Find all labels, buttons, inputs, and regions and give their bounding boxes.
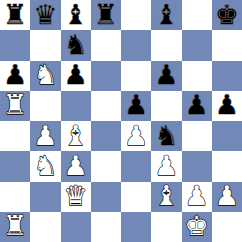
piece-black-knight[interactable]: ♞ xyxy=(154,122,178,149)
square-b8[interactable]: ♛ xyxy=(30,0,60,30)
piece-white-queen[interactable]: ♛ xyxy=(64,182,88,209)
square-g4[interactable] xyxy=(182,121,212,151)
square-b4[interactable]: ♟ xyxy=(30,121,60,151)
square-h3[interactable] xyxy=(212,151,242,181)
piece-white-pawn[interactable]: ♟ xyxy=(33,122,57,149)
piece-black-king[interactable]: ♚ xyxy=(215,1,239,28)
piece-black-knight[interactable]: ♞ xyxy=(64,31,88,58)
square-f3[interactable]: ♟ xyxy=(151,151,181,181)
square-a5[interactable]: ♜ xyxy=(0,91,30,121)
square-f6[interactable]: ♟ xyxy=(151,61,181,91)
square-g2[interactable]: ♟ xyxy=(182,182,212,212)
square-d7[interactable] xyxy=(91,30,121,60)
square-a7[interactable] xyxy=(0,30,30,60)
square-e5[interactable]: ♟ xyxy=(121,91,151,121)
square-e7[interactable] xyxy=(121,30,151,60)
square-g3[interactable] xyxy=(182,151,212,181)
square-a1[interactable]: ♜ xyxy=(0,212,30,242)
square-b7[interactable] xyxy=(30,30,60,60)
square-d4[interactable] xyxy=(91,121,121,151)
square-h6[interactable] xyxy=(212,61,242,91)
square-c5[interactable] xyxy=(61,91,91,121)
piece-white-pawn[interactable]: ♟ xyxy=(154,152,178,179)
square-b2[interactable] xyxy=(30,182,60,212)
square-e6[interactable] xyxy=(121,61,151,91)
square-h8[interactable]: ♚ xyxy=(212,0,242,30)
piece-black-pawn[interactable]: ♟ xyxy=(215,91,239,118)
square-e8[interactable] xyxy=(121,0,151,30)
square-b6[interactable]: ♞ xyxy=(30,61,60,91)
square-g7[interactable] xyxy=(182,30,212,60)
square-b3[interactable]: ♞ xyxy=(30,151,60,181)
square-a3[interactable] xyxy=(0,151,30,181)
piece-white-pawn[interactable]: ♟ xyxy=(64,152,88,179)
square-e2[interactable] xyxy=(121,182,151,212)
square-f5[interactable] xyxy=(151,91,181,121)
piece-black-rook[interactable]: ♜ xyxy=(3,1,27,28)
piece-white-pawn[interactable]: ♟ xyxy=(185,182,209,209)
piece-white-bishop[interactable]: ♝ xyxy=(154,182,178,209)
square-d1[interactable] xyxy=(91,212,121,242)
square-e1[interactable] xyxy=(121,212,151,242)
square-d8[interactable]: ♜ xyxy=(91,0,121,30)
square-c2[interactable]: ♛ xyxy=(61,182,91,212)
square-f4[interactable]: ♞ xyxy=(151,121,181,151)
piece-white-pawn[interactable]: ♟ xyxy=(215,182,239,209)
piece-black-pawn[interactable]: ♟ xyxy=(154,61,178,88)
square-g1[interactable]: ♚ xyxy=(182,212,212,242)
square-d5[interactable] xyxy=(91,91,121,121)
piece-black-bishop[interactable]: ♝ xyxy=(64,1,88,28)
square-a4[interactable] xyxy=(0,121,30,151)
square-c6[interactable]: ♟ xyxy=(61,61,91,91)
square-h7[interactable] xyxy=(212,30,242,60)
chess-board: ♜♛♝♜♝♚♞♟♞♟♟♜♟♟♟♟♝♟♞♞♟♟♛♝♟♟♜♚ xyxy=(0,0,242,242)
square-g6[interactable] xyxy=(182,61,212,91)
square-b1[interactable] xyxy=(30,212,60,242)
piece-white-king[interactable]: ♚ xyxy=(185,212,209,239)
square-h5[interactable]: ♟ xyxy=(212,91,242,121)
square-f7[interactable] xyxy=(151,30,181,60)
square-c1[interactable] xyxy=(61,212,91,242)
piece-white-knight[interactable]: ♞ xyxy=(33,61,57,88)
piece-white-rook[interactable]: ♜ xyxy=(3,212,27,239)
square-c7[interactable]: ♞ xyxy=(61,30,91,60)
square-h4[interactable] xyxy=(212,121,242,151)
chess-board-container: ♜♛♝♜♝♚♞♟♞♟♟♜♟♟♟♟♝♟♞♞♟♟♛♝♟♟♜♚ xyxy=(0,0,242,242)
square-c3[interactable]: ♟ xyxy=(61,151,91,181)
square-d6[interactable] xyxy=(91,61,121,91)
piece-black-rook[interactable]: ♜ xyxy=(94,1,118,28)
piece-white-pawn[interactable]: ♟ xyxy=(124,122,148,149)
piece-black-pawn[interactable]: ♟ xyxy=(124,91,148,118)
piece-black-bishop[interactable]: ♝ xyxy=(154,1,178,28)
piece-white-rook[interactable]: ♜ xyxy=(3,91,27,118)
piece-black-pawn[interactable]: ♟ xyxy=(185,91,209,118)
square-g8[interactable] xyxy=(182,0,212,30)
square-e4[interactable]: ♟ xyxy=(121,121,151,151)
square-a8[interactable]: ♜ xyxy=(0,0,30,30)
square-h2[interactable]: ♟ xyxy=(212,182,242,212)
square-f1[interactable] xyxy=(151,212,181,242)
piece-black-queen[interactable]: ♛ xyxy=(33,1,57,28)
square-e3[interactable] xyxy=(121,151,151,181)
piece-black-pawn[interactable]: ♟ xyxy=(64,61,88,88)
square-f8[interactable]: ♝ xyxy=(151,0,181,30)
square-b5[interactable] xyxy=(30,91,60,121)
square-a6[interactable]: ♟ xyxy=(0,61,30,91)
square-d2[interactable] xyxy=(91,182,121,212)
piece-black-pawn[interactable]: ♟ xyxy=(3,61,27,88)
square-f2[interactable]: ♝ xyxy=(151,182,181,212)
piece-white-knight[interactable]: ♞ xyxy=(33,152,57,179)
piece-white-bishop[interactable]: ♝ xyxy=(64,122,88,149)
square-g5[interactable]: ♟ xyxy=(182,91,212,121)
square-c8[interactable]: ♝ xyxy=(61,0,91,30)
square-d3[interactable] xyxy=(91,151,121,181)
square-c4[interactable]: ♝ xyxy=(61,121,91,151)
square-a2[interactable] xyxy=(0,182,30,212)
square-h1[interactable] xyxy=(212,212,242,242)
